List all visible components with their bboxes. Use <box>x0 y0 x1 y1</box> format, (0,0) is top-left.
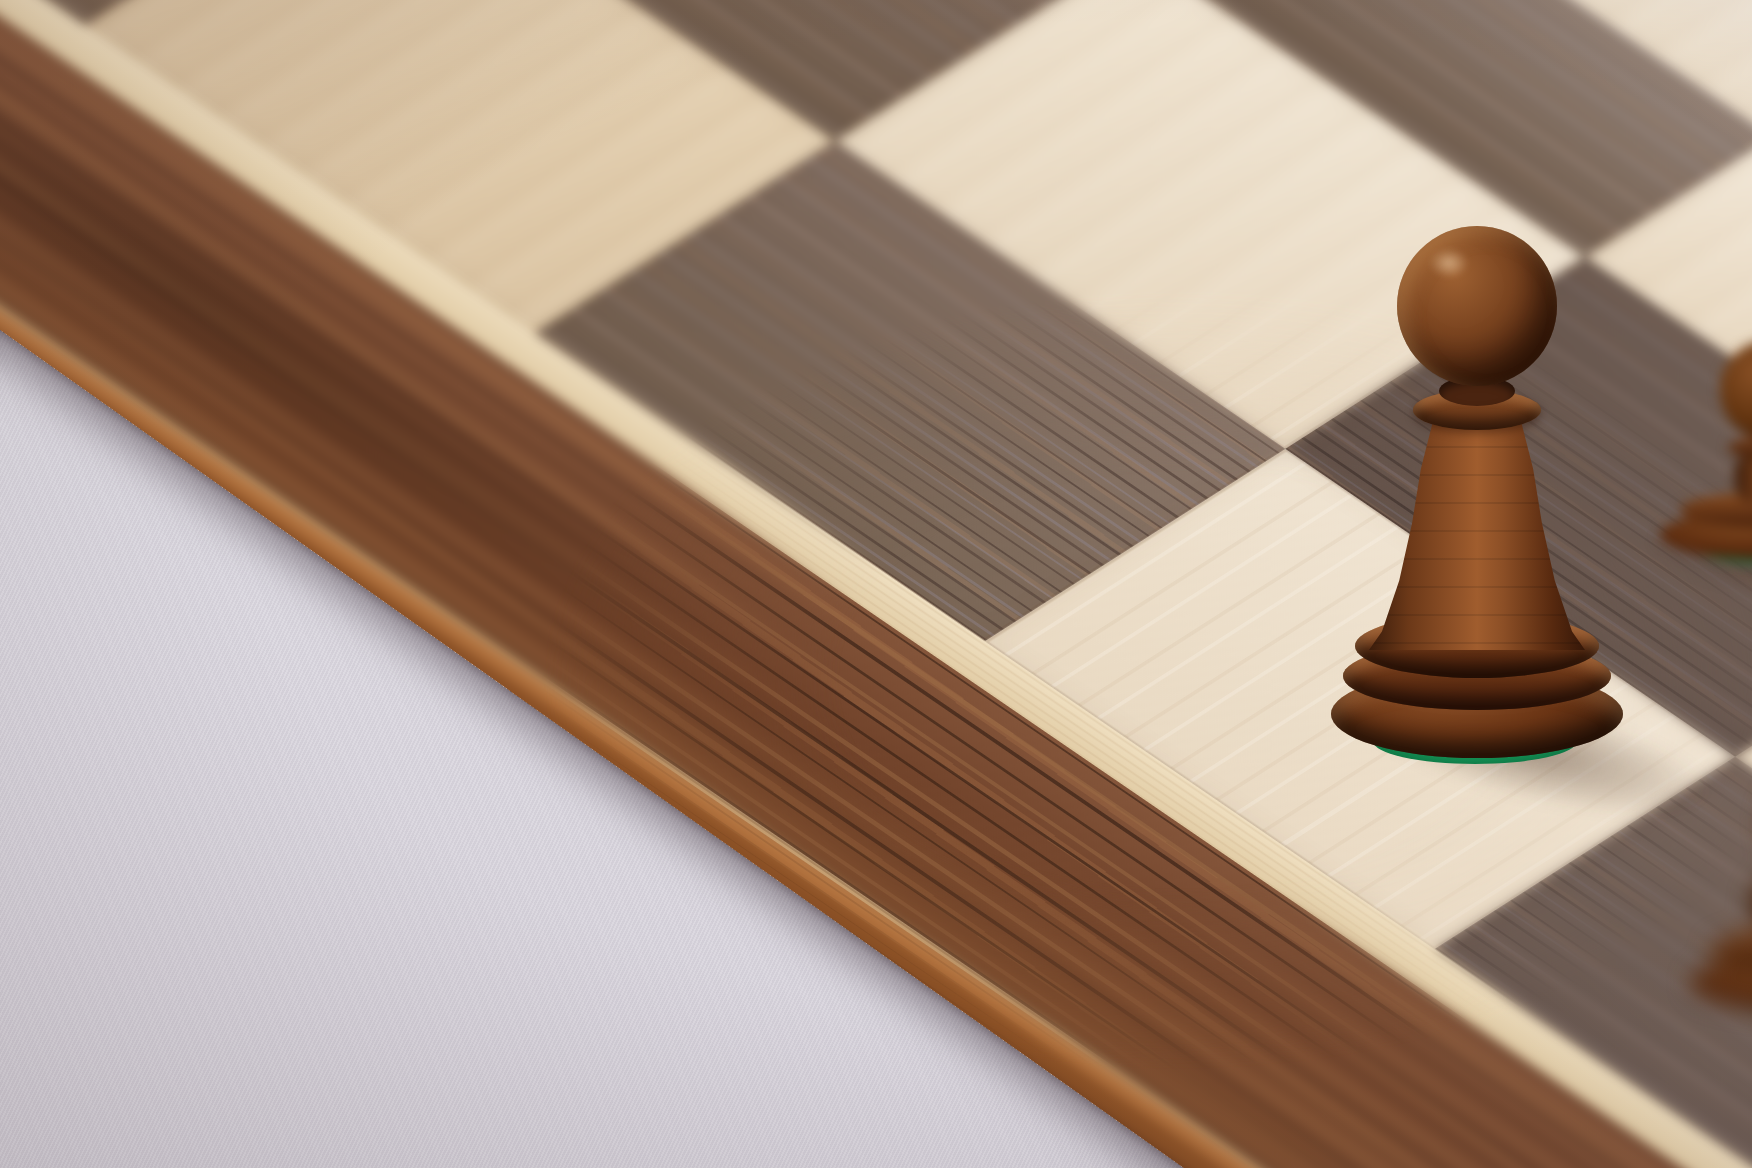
pawn-head <box>1397 226 1557 386</box>
chessboard-photo-scene <box>0 0 1752 1168</box>
pawn-head <box>1720 340 1752 440</box>
dark-pawn-blurred-right <box>1650 340 1752 580</box>
dark-pawn-blurred-corner <box>1655 765 1752 1035</box>
pawn-highlight <box>1429 248 1469 278</box>
pawn-collar <box>1728 436 1752 460</box>
pawn-body <box>1369 418 1585 650</box>
dark-pawn-sharp <box>1325 218 1625 778</box>
